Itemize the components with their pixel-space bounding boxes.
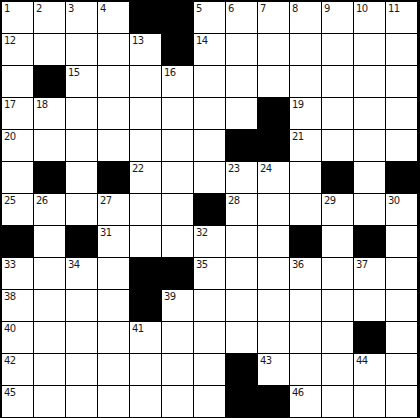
clue-number-3: 3 — [68, 3, 74, 14]
cell-r9c12[interactable] — [386, 290, 418, 322]
cell-r9c10[interactable] — [322, 290, 354, 322]
cell-r4c2[interactable] — [66, 130, 98, 162]
black-cell-r10c11 — [354, 322, 386, 354]
cell-r10c1[interactable] — [34, 322, 66, 354]
clue-number-6: 6 — [228, 3, 234, 14]
cell-r2c4[interactable] — [130, 66, 162, 98]
cell-r0c2[interactable]: 3 — [66, 2, 98, 34]
cell-r2c8[interactable] — [258, 66, 290, 98]
cell-r7c1[interactable] — [34, 226, 66, 258]
cell-r12c3[interactable] — [98, 386, 130, 418]
cell-r0c11[interactable]: 10 — [354, 2, 386, 34]
cell-r2c11[interactable] — [354, 66, 386, 98]
cell-r1c6[interactable]: 14 — [194, 34, 226, 66]
cell-r4c1[interactable] — [34, 130, 66, 162]
cell-r3c7[interactable] — [226, 98, 258, 130]
clue-number-9: 9 — [324, 3, 330, 14]
cell-r9c5[interactable]: 39 — [162, 290, 194, 322]
clue-number-33: 33 — [4, 259, 16, 270]
black-cell-r7c11 — [354, 226, 386, 258]
black-cell-r0c5 — [162, 2, 194, 34]
clue-number-40: 40 — [4, 323, 16, 334]
black-cell-r9c4 — [130, 290, 162, 322]
cell-r8c8[interactable] — [258, 258, 290, 290]
cell-r6c2[interactable] — [66, 194, 98, 226]
cell-r12c10[interactable] — [322, 386, 354, 418]
cell-r11c5[interactable] — [162, 354, 194, 386]
black-cell-r12c7 — [226, 386, 258, 418]
black-cell-r1c5 — [162, 34, 194, 66]
cell-r8c2[interactable]: 34 — [66, 258, 98, 290]
cell-r4c0[interactable]: 20 — [2, 130, 34, 162]
cell-r2c5[interactable]: 16 — [162, 66, 194, 98]
clue-number-22: 22 — [132, 163, 144, 174]
cell-r2c2[interactable]: 15 — [66, 66, 98, 98]
cell-r12c0[interactable]: 45 — [2, 386, 34, 418]
cell-r12c2[interactable] — [66, 386, 98, 418]
cell-r10c10[interactable] — [322, 322, 354, 354]
cell-r10c12[interactable] — [386, 322, 418, 354]
cell-r7c10[interactable] — [322, 226, 354, 258]
clue-number-24: 24 — [260, 163, 272, 174]
black-cell-r5c1 — [34, 162, 66, 194]
black-cell-r0c4 — [130, 2, 162, 34]
cell-r6c11[interactable] — [354, 194, 386, 226]
cell-r6c1[interactable]: 26 — [34, 194, 66, 226]
clue-number-31: 31 — [100, 227, 112, 238]
black-cell-r5c10 — [322, 162, 354, 194]
cell-r3c6[interactable] — [194, 98, 226, 130]
cell-r5c5[interactable] — [162, 162, 194, 194]
cell-r9c7[interactable] — [226, 290, 258, 322]
cell-r10c2[interactable] — [66, 322, 98, 354]
clue-number-39: 39 — [164, 291, 176, 302]
cell-r1c4[interactable]: 13 — [130, 34, 162, 66]
cell-r9c9[interactable] — [290, 290, 322, 322]
cell-r1c2[interactable] — [66, 34, 98, 66]
cell-r11c1[interactable] — [34, 354, 66, 386]
cell-r1c8[interactable] — [258, 34, 290, 66]
cell-r8c3[interactable] — [98, 258, 130, 290]
cell-r2c12[interactable] — [386, 66, 418, 98]
clue-number-46: 46 — [292, 387, 304, 398]
clue-number-19: 19 — [292, 99, 304, 110]
cell-r2c7[interactable] — [226, 66, 258, 98]
clue-number-44: 44 — [356, 355, 368, 366]
cell-r0c9[interactable]: 8 — [290, 2, 322, 34]
cell-r6c8[interactable] — [258, 194, 290, 226]
clue-number-30: 30 — [388, 195, 400, 206]
cell-r6c7[interactable]: 28 — [226, 194, 258, 226]
clue-number-18: 18 — [36, 99, 48, 110]
cell-r4c9[interactable]: 21 — [290, 130, 322, 162]
cell-r11c11[interactable]: 44 — [354, 354, 386, 386]
cell-r8c1[interactable] — [34, 258, 66, 290]
clue-number-45: 45 — [4, 387, 16, 398]
cell-r8c7[interactable] — [226, 258, 258, 290]
black-cell-r7c9 — [290, 226, 322, 258]
cell-r0c1[interactable]: 2 — [34, 2, 66, 34]
cell-r6c10[interactable]: 29 — [322, 194, 354, 226]
clue-number-10: 10 — [356, 3, 368, 14]
cell-r5c9[interactable] — [290, 162, 322, 194]
cell-r7c7[interactable] — [226, 226, 258, 258]
clue-number-36: 36 — [292, 259, 304, 270]
clue-number-38: 38 — [4, 291, 16, 302]
cell-r1c12[interactable] — [386, 34, 418, 66]
cell-r5c8[interactable]: 24 — [258, 162, 290, 194]
cell-r11c6[interactable] — [194, 354, 226, 386]
cell-r2c3[interactable] — [98, 66, 130, 98]
clue-number-15: 15 — [68, 67, 80, 78]
clue-number-21: 21 — [292, 131, 304, 142]
black-cell-r7c0 — [2, 226, 34, 258]
cell-r5c11[interactable] — [354, 162, 386, 194]
cell-r11c3[interactable] — [98, 354, 130, 386]
clue-number-1: 1 — [4, 3, 10, 14]
cell-r12c5[interactable] — [162, 386, 194, 418]
cell-r1c11[interactable] — [354, 34, 386, 66]
cell-r7c6[interactable]: 32 — [194, 226, 226, 258]
cell-r8c11[interactable]: 37 — [354, 258, 386, 290]
cell-r3c4[interactable] — [130, 98, 162, 130]
clue-number-42: 42 — [4, 355, 16, 366]
cell-r5c0[interactable] — [2, 162, 34, 194]
cell-r0c6[interactable]: 5 — [194, 2, 226, 34]
clue-number-41: 41 — [132, 323, 144, 334]
cell-r3c5[interactable] — [162, 98, 194, 130]
cell-r3c2[interactable] — [66, 98, 98, 130]
clue-number-4: 4 — [100, 3, 106, 14]
cell-r6c12[interactable]: 30 — [386, 194, 418, 226]
cell-r11c10[interactable] — [322, 354, 354, 386]
cell-r4c3[interactable] — [98, 130, 130, 162]
cell-r1c10[interactable] — [322, 34, 354, 66]
cell-r10c7[interactable] — [226, 322, 258, 354]
cell-r10c3[interactable] — [98, 322, 130, 354]
cell-r3c0[interactable]: 17 — [2, 98, 34, 130]
clue-number-35: 35 — [196, 259, 208, 270]
black-cell-r5c3 — [98, 162, 130, 194]
crossword-puzzle: 1234567891011121314151617181920212223242… — [0, 0, 420, 418]
cell-r3c11[interactable] — [354, 98, 386, 130]
black-cell-r2c1 — [34, 66, 66, 98]
cell-r0c7[interactable]: 6 — [226, 2, 258, 34]
cell-r5c2[interactable] — [66, 162, 98, 194]
cell-r2c10[interactable] — [322, 66, 354, 98]
clue-number-43: 43 — [260, 355, 272, 366]
cell-r9c3[interactable] — [98, 290, 130, 322]
cell-r6c9[interactable] — [290, 194, 322, 226]
clue-number-23: 23 — [228, 163, 240, 174]
cell-r1c3[interactable] — [98, 34, 130, 66]
clue-number-12: 12 — [4, 35, 16, 46]
cell-r6c4[interactable] — [130, 194, 162, 226]
cell-r12c1[interactable] — [34, 386, 66, 418]
cell-r8c9[interactable]: 36 — [290, 258, 322, 290]
cell-r9c6[interactable] — [194, 290, 226, 322]
cell-r12c4[interactable] — [130, 386, 162, 418]
cell-r9c2[interactable] — [66, 290, 98, 322]
cell-r4c6[interactable] — [194, 130, 226, 162]
cell-r3c9[interactable]: 19 — [290, 98, 322, 130]
clue-number-20: 20 — [4, 131, 16, 142]
black-cell-r5c12 — [386, 162, 418, 194]
cell-r1c9[interactable] — [290, 34, 322, 66]
clue-number-28: 28 — [228, 195, 240, 206]
cell-r11c9[interactable] — [290, 354, 322, 386]
clue-number-14: 14 — [196, 35, 208, 46]
cell-r8c6[interactable]: 35 — [194, 258, 226, 290]
cell-r0c10[interactable]: 9 — [322, 2, 354, 34]
cell-r5c6[interactable] — [194, 162, 226, 194]
cell-r7c5[interactable] — [162, 226, 194, 258]
clue-number-17: 17 — [4, 99, 16, 110]
cell-r10c8[interactable] — [258, 322, 290, 354]
cell-r9c1[interactable] — [34, 290, 66, 322]
black-cell-r4c8 — [258, 130, 290, 162]
cell-r0c12[interactable]: 11 — [386, 2, 418, 34]
clue-number-5: 5 — [196, 3, 202, 14]
cell-r1c7[interactable] — [226, 34, 258, 66]
cell-r4c4[interactable] — [130, 130, 162, 162]
cell-r10c6[interactable] — [194, 322, 226, 354]
cell-r11c12[interactable] — [386, 354, 418, 386]
cell-r11c4[interactable] — [130, 354, 162, 386]
cell-r7c4[interactable] — [130, 226, 162, 258]
cell-r8c10[interactable] — [322, 258, 354, 290]
crossword-board: 1234567891011121314151617181920212223242… — [0, 0, 420, 418]
cell-r4c11[interactable] — [354, 130, 386, 162]
cell-r9c0[interactable]: 38 — [2, 290, 34, 322]
black-cell-r6c6 — [194, 194, 226, 226]
cell-r11c0[interactable]: 42 — [2, 354, 34, 386]
clue-number-34: 34 — [68, 259, 80, 270]
cell-r10c4[interactable]: 41 — [130, 322, 162, 354]
cell-r5c7[interactable]: 23 — [226, 162, 258, 194]
clue-number-37: 37 — [356, 259, 368, 270]
clue-number-8: 8 — [292, 3, 298, 14]
cell-r1c0[interactable]: 12 — [2, 34, 34, 66]
clue-number-2: 2 — [36, 3, 42, 14]
cell-r3c3[interactable] — [98, 98, 130, 130]
cell-r10c0[interactable]: 40 — [2, 322, 34, 354]
cell-r3c10[interactable] — [322, 98, 354, 130]
cell-r6c5[interactable] — [162, 194, 194, 226]
cell-r11c8[interactable]: 43 — [258, 354, 290, 386]
cell-r1c1[interactable] — [34, 34, 66, 66]
cell-r2c0[interactable] — [2, 66, 34, 98]
cell-r3c12[interactable] — [386, 98, 418, 130]
black-cell-r4c7 — [226, 130, 258, 162]
cell-r6c0[interactable]: 25 — [2, 194, 34, 226]
clue-number-25: 25 — [4, 195, 16, 206]
cell-r12c12[interactable] — [386, 386, 418, 418]
cell-r11c2[interactable] — [66, 354, 98, 386]
cell-r10c5[interactable] — [162, 322, 194, 354]
cell-r9c11[interactable] — [354, 290, 386, 322]
clue-number-13: 13 — [132, 35, 144, 46]
clue-number-27: 27 — [100, 195, 112, 206]
cell-r8c0[interactable]: 33 — [2, 258, 34, 290]
cell-r12c9[interactable]: 46 — [290, 386, 322, 418]
cell-r9c8[interactable] — [258, 290, 290, 322]
cell-r0c3[interactable]: 4 — [98, 2, 130, 34]
clue-number-7: 7 — [260, 3, 266, 14]
cell-r2c9[interactable] — [290, 66, 322, 98]
black-cell-r12c8 — [258, 386, 290, 418]
cell-r4c5[interactable] — [162, 130, 194, 162]
cell-r2c6[interactable] — [194, 66, 226, 98]
cell-r6c3[interactable]: 27 — [98, 194, 130, 226]
cell-r12c11[interactable] — [354, 386, 386, 418]
cell-r5c4[interactable]: 22 — [130, 162, 162, 194]
black-cell-r8c5 — [162, 258, 194, 290]
cell-r7c3[interactable]: 31 — [98, 226, 130, 258]
cell-r0c8[interactable]: 7 — [258, 2, 290, 34]
cell-r4c12[interactable] — [386, 130, 418, 162]
black-cell-r7c2 — [66, 226, 98, 258]
clue-number-11: 11 — [388, 3, 400, 14]
clue-number-29: 29 — [324, 195, 336, 206]
cell-r7c8[interactable] — [258, 226, 290, 258]
black-cell-r8c4 — [130, 258, 162, 290]
black-cell-r11c7 — [226, 354, 258, 386]
cell-r12c6[interactable] — [194, 386, 226, 418]
clue-number-32: 32 — [196, 227, 208, 238]
clue-number-26: 26 — [36, 195, 48, 206]
cell-r0c0[interactable]: 1 — [2, 2, 34, 34]
cell-r8c12[interactable] — [386, 258, 418, 290]
clue-number-16: 16 — [164, 67, 176, 78]
cell-r4c10[interactable] — [322, 130, 354, 162]
black-cell-r3c8 — [258, 98, 290, 130]
cell-r7c12[interactable] — [386, 226, 418, 258]
cell-r3c1[interactable]: 18 — [34, 98, 66, 130]
cell-r10c9[interactable] — [290, 322, 322, 354]
